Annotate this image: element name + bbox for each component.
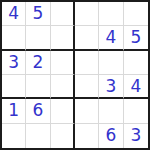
cell-r5c2-given: 6 [26, 99, 50, 123]
cell-r3c5-empty[interactable] [99, 51, 123, 75]
cell-r6c1-empty[interactable] [2, 124, 26, 148]
cell-r2c6-given: 5 [124, 26, 148, 50]
cell-r5c6-empty[interactable] [124, 99, 148, 123]
cell-r3c2-given: 2 [26, 51, 50, 75]
cell-r4c2-empty[interactable] [26, 75, 50, 99]
cell-r2c3-empty[interactable] [51, 26, 75, 50]
cell-r2c1-empty[interactable] [2, 26, 26, 50]
cell-r5c1-given: 1 [2, 99, 26, 123]
cell-r3c1-given: 3 [2, 51, 26, 75]
cell-r1c4-empty[interactable] [75, 2, 99, 26]
cell-r2c5-given: 4 [99, 26, 123, 50]
cell-r4c6-given: 4 [124, 75, 148, 99]
cell-r3c4-empty[interactable] [75, 51, 99, 75]
cell-r6c2-empty[interactable] [26, 124, 50, 148]
cell-r4c1-empty[interactable] [2, 75, 26, 99]
cell-r1c1-given: 4 [2, 2, 26, 26]
cell-r1c5-empty[interactable] [99, 2, 123, 26]
sudoku-board: 454532341663 [0, 0, 150, 150]
cell-r6c6-given: 3 [124, 124, 148, 148]
cell-r3c6-empty[interactable] [124, 51, 148, 75]
cell-r3c3-empty[interactable] [51, 51, 75, 75]
cell-r4c4-empty[interactable] [75, 75, 99, 99]
cell-r1c2-given: 5 [26, 2, 50, 26]
cell-r4c3-empty[interactable] [51, 75, 75, 99]
cell-r6c5-given: 6 [99, 124, 123, 148]
cell-r5c3-empty[interactable] [51, 99, 75, 123]
cell-r1c6-empty[interactable] [124, 2, 148, 26]
cell-r6c3-empty[interactable] [51, 124, 75, 148]
cell-r2c4-empty[interactable] [75, 26, 99, 50]
cell-r2c2-empty[interactable] [26, 26, 50, 50]
cell-r4c5-given: 3 [99, 75, 123, 99]
cell-r6c4-empty[interactable] [75, 124, 99, 148]
cell-r1c3-empty[interactable] [51, 2, 75, 26]
cell-r5c5-empty[interactable] [99, 99, 123, 123]
cell-r5c4-empty[interactable] [75, 99, 99, 123]
